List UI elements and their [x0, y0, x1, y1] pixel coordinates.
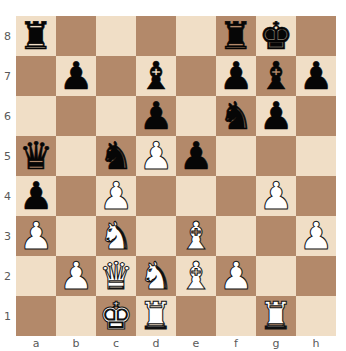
square-g8[interactable]: ♚ [256, 16, 296, 56]
piece-black-knight-f6[interactable]: ♞ [219, 96, 253, 136]
square-e2[interactable]: ♝ [176, 256, 216, 296]
square-d3[interactable] [136, 216, 176, 256]
square-a2[interactable] [16, 256, 56, 296]
square-c7[interactable] [96, 56, 136, 96]
piece-white-knight-d2[interactable]: ♞ [139, 256, 173, 296]
square-a4[interactable]: ♟ [16, 176, 56, 216]
piece-white-queen-c2[interactable]: ♛ [99, 256, 133, 296]
square-h4[interactable] [296, 176, 336, 216]
piece-white-pawn-g4[interactable]: ♟ [259, 176, 293, 216]
square-e1[interactable] [176, 296, 216, 336]
piece-black-bishop-d7[interactable]: ♝ [139, 56, 173, 96]
file-labels: abcdefgh [16, 336, 336, 351]
piece-black-pawn-f7[interactable]: ♟ [219, 56, 253, 96]
piece-white-pawn-f2[interactable]: ♟ [219, 256, 253, 296]
square-c1[interactable]: ♚ [96, 296, 136, 336]
piece-black-bishop-g7[interactable]: ♝ [259, 56, 293, 96]
piece-white-knight-c3[interactable]: ♞ [99, 216, 133, 256]
rank-label-6: 6 [0, 96, 15, 136]
square-g2[interactable] [256, 256, 296, 296]
square-d5[interactable]: ♟ [136, 136, 176, 176]
file-label-g: g [256, 336, 296, 351]
square-h7[interactable]: ♟ [296, 56, 336, 96]
rank-label-2: 2 [0, 256, 15, 296]
square-a8[interactable]: ♜ [16, 16, 56, 56]
piece-white-pawn-c4[interactable]: ♟ [99, 176, 133, 216]
square-g6[interactable]: ♟ [256, 96, 296, 136]
square-a6[interactable] [16, 96, 56, 136]
file-label-f: f [216, 336, 256, 351]
rank-label-7: 7 [0, 56, 15, 96]
rank-label-5: 5 [0, 136, 15, 176]
rank-label-8: 8 [0, 16, 15, 56]
square-b6[interactable] [56, 96, 96, 136]
square-f5[interactable] [216, 136, 256, 176]
square-g7[interactable]: ♝ [256, 56, 296, 96]
square-c4[interactable]: ♟ [96, 176, 136, 216]
piece-black-pawn-d6[interactable]: ♟ [139, 96, 173, 136]
square-h1[interactable] [296, 296, 336, 336]
rank-label-1: 1 [0, 296, 15, 336]
square-c8[interactable] [96, 16, 136, 56]
piece-black-pawn-e5[interactable]: ♟ [179, 136, 213, 176]
square-b5[interactable] [56, 136, 96, 176]
square-c3[interactable]: ♞ [96, 216, 136, 256]
square-e6[interactable] [176, 96, 216, 136]
square-h2[interactable] [296, 256, 336, 296]
file-label-c: c [96, 336, 136, 351]
piece-white-pawn-a3[interactable]: ♟ [19, 216, 53, 256]
square-e7[interactable] [176, 56, 216, 96]
piece-white-pawn-b2[interactable]: ♟ [59, 256, 93, 296]
piece-black-pawn-h7[interactable]: ♟ [299, 56, 333, 96]
rank-labels: 87654321 [0, 16, 15, 336]
square-b2[interactable]: ♟ [56, 256, 96, 296]
square-f8[interactable]: ♜ [216, 16, 256, 56]
rank-label-4: 4 [0, 176, 15, 216]
square-c5[interactable]: ♞ [96, 136, 136, 176]
square-e3[interactable]: ♝ [176, 216, 216, 256]
square-f6[interactable]: ♞ [216, 96, 256, 136]
square-b3[interactable] [56, 216, 96, 256]
piece-white-pawn-h3[interactable]: ♟ [299, 216, 333, 256]
square-b8[interactable] [56, 16, 96, 56]
square-d8[interactable] [136, 16, 176, 56]
square-e8[interactable] [176, 16, 216, 56]
square-a3[interactable]: ♟ [16, 216, 56, 256]
square-c2[interactable]: ♛ [96, 256, 136, 296]
piece-white-bishop-e2[interactable]: ♝ [179, 256, 213, 296]
square-h6[interactable] [296, 96, 336, 136]
square-a1[interactable] [16, 296, 56, 336]
square-d4[interactable] [136, 176, 176, 216]
piece-black-pawn-b7[interactable]: ♟ [59, 56, 93, 96]
square-a7[interactable] [16, 56, 56, 96]
piece-black-knight-c5[interactable]: ♞ [99, 136, 133, 176]
piece-black-king-g8[interactable]: ♚ [259, 16, 293, 56]
piece-white-rook-g1[interactable]: ♜ [259, 296, 293, 336]
square-f4[interactable] [216, 176, 256, 216]
piece-black-pawn-a4[interactable]: ♟ [19, 176, 53, 216]
file-label-a: a [16, 336, 56, 351]
file-label-e: e [176, 336, 216, 351]
square-g4[interactable]: ♟ [256, 176, 296, 216]
square-b4[interactable] [56, 176, 96, 216]
piece-black-rook-a8[interactable]: ♜ [19, 16, 53, 56]
square-h3[interactable]: ♟ [296, 216, 336, 256]
square-g1[interactable]: ♜ [256, 296, 296, 336]
square-g5[interactable] [256, 136, 296, 176]
square-e5[interactable]: ♟ [176, 136, 216, 176]
square-a5[interactable]: ♛ [16, 136, 56, 176]
square-b1[interactable] [56, 296, 96, 336]
piece-white-pawn-d5[interactable]: ♟ [139, 136, 173, 176]
file-label-d: d [136, 336, 176, 351]
square-c6[interactable] [96, 96, 136, 136]
square-d7[interactable]: ♝ [136, 56, 176, 96]
file-label-b: b [56, 336, 96, 351]
piece-black-rook-f8[interactable]: ♜ [219, 16, 253, 56]
square-f7[interactable]: ♟ [216, 56, 256, 96]
piece-white-king-c1[interactable]: ♚ [99, 296, 133, 336]
square-d2[interactable]: ♞ [136, 256, 176, 296]
square-f3[interactable] [216, 216, 256, 256]
rank-label-3: 3 [0, 216, 15, 256]
piece-white-bishop-e3[interactable]: ♝ [179, 216, 213, 256]
square-g3[interactable] [256, 216, 296, 256]
square-d1[interactable]: ♜ [136, 296, 176, 336]
piece-black-pawn-g6[interactable]: ♟ [259, 96, 293, 136]
piece-black-queen-a5[interactable]: ♛ [19, 136, 53, 176]
square-d6[interactable]: ♟ [136, 96, 176, 136]
square-f1[interactable] [216, 296, 256, 336]
square-h5[interactable] [296, 136, 336, 176]
square-h8[interactable] [296, 16, 336, 56]
square-f2[interactable]: ♟ [216, 256, 256, 296]
square-b7[interactable]: ♟ [56, 56, 96, 96]
piece-white-rook-d1[interactable]: ♜ [139, 296, 173, 336]
file-label-h: h [296, 336, 336, 351]
chess-diagram: 87654321 ♜♜♚♟♝♟♝♟♟♞♟♛♞♟♟♟♟♟♟♞♝♟♟♛♞♝♟♚♜♜ … [0, 0, 346, 351]
square-e4[interactable] [176, 176, 216, 216]
chess-board: ♜♜♚♟♝♟♝♟♟♞♟♛♞♟♟♟♟♟♟♞♝♟♟♛♞♝♟♚♜♜ [16, 16, 336, 336]
